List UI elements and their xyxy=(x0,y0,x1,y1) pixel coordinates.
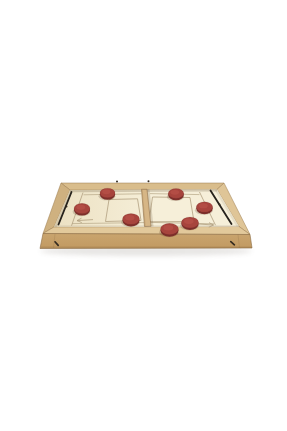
puck-highlight xyxy=(76,205,85,210)
front-apron xyxy=(40,234,252,249)
back-rail xyxy=(61,183,224,190)
puck-highlight xyxy=(125,215,134,220)
sling-puck-board-photo xyxy=(0,0,287,431)
left-rail-screw xyxy=(66,206,68,208)
back-rail-screw-right xyxy=(148,180,150,182)
puck-highlight xyxy=(163,225,173,231)
puck-highlight xyxy=(102,189,110,194)
puck-highlight xyxy=(184,219,193,224)
front-rail xyxy=(43,227,250,235)
back-rail-screw-left xyxy=(116,181,118,183)
puck-highlight xyxy=(199,203,208,208)
right-rail-screw xyxy=(219,204,221,206)
product-photo-canvas xyxy=(0,0,287,431)
puck-highlight xyxy=(171,190,180,195)
